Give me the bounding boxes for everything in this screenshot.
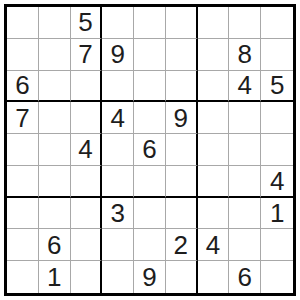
cell-r3c3-empty[interactable] (71, 71, 103, 103)
cell-r5c8-empty[interactable] (229, 134, 261, 166)
cell-r5c5-given: 6 (134, 134, 166, 166)
cell-r7c1-empty[interactable] (7, 198, 39, 230)
cell-r5c4-empty[interactable] (102, 134, 134, 166)
cell-r4c8-empty[interactable] (229, 102, 261, 134)
cell-r4c6-given: 9 (166, 102, 198, 134)
cell-r7c7-empty[interactable] (198, 198, 230, 230)
cell-r5c3-given: 4 (71, 134, 103, 166)
cell-r6c9-given: 4 (261, 166, 293, 198)
cell-r6c6-empty[interactable] (166, 166, 198, 198)
cell-r1c9-empty[interactable] (261, 7, 293, 39)
cell-r7c4-given: 3 (102, 198, 134, 230)
cell-r6c2-empty[interactable] (39, 166, 71, 198)
cell-r4c9-empty[interactable] (261, 102, 293, 134)
cell-r5c1-empty[interactable] (7, 134, 39, 166)
cell-r1c1-empty[interactable] (7, 7, 39, 39)
cell-r3c6-empty[interactable] (166, 71, 198, 103)
cell-r4c3-empty[interactable] (71, 102, 103, 134)
cell-r6c5-empty[interactable] (134, 166, 166, 198)
cell-r2c2-empty[interactable] (39, 39, 71, 71)
cell-r7c6-empty[interactable] (166, 198, 198, 230)
cell-r7c2-empty[interactable] (39, 198, 71, 230)
cell-r8c2-given: 6 (39, 229, 71, 261)
cell-r3c5-empty[interactable] (134, 71, 166, 103)
cell-r9c4-empty[interactable] (102, 261, 134, 293)
cell-r9c7-empty[interactable] (198, 261, 230, 293)
cell-r4c7-empty[interactable] (198, 102, 230, 134)
cell-r3c4-empty[interactable] (102, 71, 134, 103)
cell-r2c6-empty[interactable] (166, 39, 198, 71)
cell-r5c6-empty[interactable] (166, 134, 198, 166)
cell-r9c6-empty[interactable] (166, 261, 198, 293)
cell-r9c5-given: 9 (134, 261, 166, 293)
cell-r8c1-empty[interactable] (7, 229, 39, 261)
cell-r3c9-given: 5 (261, 71, 293, 103)
cell-r1c6-empty[interactable] (166, 7, 198, 39)
cell-r2c5-empty[interactable] (134, 39, 166, 71)
cell-r3c1-given: 6 (7, 71, 39, 103)
cell-r8c4-empty[interactable] (102, 229, 134, 261)
cell-r6c3-empty[interactable] (71, 166, 103, 198)
cell-r4c1-given: 7 (7, 102, 39, 134)
cell-r3c8-given: 4 (229, 71, 261, 103)
cell-r6c4-empty[interactable] (102, 166, 134, 198)
cell-r5c2-empty[interactable] (39, 134, 71, 166)
cell-r8c8-empty[interactable] (229, 229, 261, 261)
cell-r9c8-given: 6 (229, 261, 261, 293)
cell-r8c5-empty[interactable] (134, 229, 166, 261)
cell-r2c7-empty[interactable] (198, 39, 230, 71)
cell-r8c3-empty[interactable] (71, 229, 103, 261)
cell-r8c6-given: 2 (166, 229, 198, 261)
cell-r8c9-empty[interactable] (261, 229, 293, 261)
cell-r1c5-empty[interactable] (134, 7, 166, 39)
cell-r8c7-given: 4 (198, 229, 230, 261)
cell-r9c3-empty[interactable] (71, 261, 103, 293)
cell-r9c9-empty[interactable] (261, 261, 293, 293)
cell-r6c1-empty[interactable] (7, 166, 39, 198)
cell-r4c4-given: 4 (102, 102, 134, 134)
cell-r7c8-empty[interactable] (229, 198, 261, 230)
sudoku-board: 579864574946431624196 (4, 4, 296, 296)
cell-r2c4-given: 9 (102, 39, 134, 71)
cell-r1c7-empty[interactable] (198, 7, 230, 39)
cell-r2c8-given: 8 (229, 39, 261, 71)
cell-r2c3-given: 7 (71, 39, 103, 71)
cell-r4c2-empty[interactable] (39, 102, 71, 134)
cell-r9c2-given: 1 (39, 261, 71, 293)
cell-r9c1-empty[interactable] (7, 261, 39, 293)
cell-r2c1-empty[interactable] (7, 39, 39, 71)
cell-r3c2-empty[interactable] (39, 71, 71, 103)
cell-r7c3-empty[interactable] (71, 198, 103, 230)
cell-r1c3-given: 5 (71, 7, 103, 39)
page: 579864574946431624196 (0, 0, 300, 300)
cell-r7c9-given: 1 (261, 198, 293, 230)
cell-r6c8-empty[interactable] (229, 166, 261, 198)
cell-r2c9-empty[interactable] (261, 39, 293, 71)
cell-r1c2-empty[interactable] (39, 7, 71, 39)
cell-r5c9-empty[interactable] (261, 134, 293, 166)
cell-r1c8-empty[interactable] (229, 7, 261, 39)
cell-r7c5-empty[interactable] (134, 198, 166, 230)
cell-r5c7-empty[interactable] (198, 134, 230, 166)
cell-r1c4-empty[interactable] (102, 7, 134, 39)
cell-r3c7-empty[interactable] (198, 71, 230, 103)
cell-r6c7-empty[interactable] (198, 166, 230, 198)
cell-r4c5-empty[interactable] (134, 102, 166, 134)
